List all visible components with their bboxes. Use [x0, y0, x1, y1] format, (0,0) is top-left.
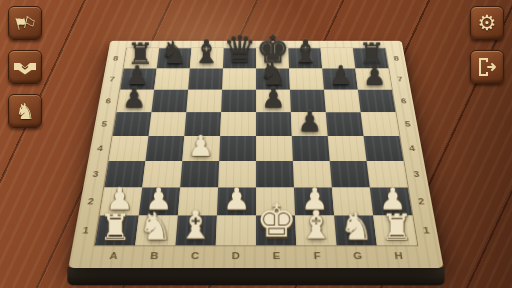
white-knight-g1[interactable]: ♞: [336, 207, 376, 245]
square-g6[interactable]: [324, 90, 361, 112]
square-a1[interactable]: ♜: [95, 215, 139, 245]
rank-label: 7: [390, 69, 410, 90]
board-frame: ♜♞♝♛♚♝♜♟♞♟♟♟♟♟♟♟♟♟♟♟♜♞♝♚♝♞♜ 87654321 876…: [68, 41, 443, 268]
file-label: H: [377, 248, 420, 265]
settings-button[interactable]: ⚙: [470, 6, 504, 40]
rank-label: 6: [394, 90, 414, 112]
square-c7[interactable]: [188, 69, 223, 90]
square-f7[interactable]: [289, 69, 324, 90]
rank-label: 5: [94, 112, 115, 136]
white-bishop-c1[interactable]: ♝: [176, 206, 216, 245]
white-king-e1[interactable]: ♚: [256, 199, 296, 245]
exit-door-icon: [476, 56, 498, 78]
knight-hint-button[interactable]: ♞: [8, 94, 42, 128]
black-pawn-e6[interactable]: ♟: [256, 85, 291, 112]
square-e4[interactable]: [256, 136, 293, 161]
white-bishop-f1[interactable]: ♝: [296, 206, 336, 245]
white-pawn-d2[interactable]: ♟: [217, 185, 256, 215]
square-g4[interactable]: [328, 136, 367, 161]
square-f1[interactable]: ♝: [295, 215, 336, 245]
black-knight-b8[interactable]: ♞: [157, 37, 190, 68]
square-e5[interactable]: [256, 112, 292, 136]
square-h7[interactable]: ♟: [355, 69, 392, 90]
square-e6[interactable]: ♟: [256, 90, 291, 112]
white-rook-a1[interactable]: ♜: [95, 209, 135, 245]
square-e1[interactable]: ♚: [256, 215, 296, 245]
exit-button[interactable]: [470, 50, 504, 84]
gear-icon: ⚙: [478, 11, 497, 35]
black-pawn-g7[interactable]: ♟: [324, 63, 358, 89]
rank-label: 3: [405, 161, 427, 187]
square-b4[interactable]: [145, 136, 184, 161]
file-label: F: [296, 248, 338, 265]
square-d7[interactable]: [222, 69, 256, 90]
square-h4[interactable]: [364, 136, 404, 161]
square-d1[interactable]: [216, 215, 256, 245]
file-label: A: [92, 248, 135, 265]
square-c6[interactable]: [186, 90, 222, 112]
black-queen-d8[interactable]: ♛: [223, 31, 256, 69]
square-a4[interactable]: [109, 136, 149, 161]
rank-label: 4: [401, 136, 423, 161]
file-label: C: [174, 248, 216, 265]
square-c4[interactable]: ♟: [182, 136, 220, 161]
rank-label: 1: [74, 215, 98, 245]
rank-label: 4: [89, 136, 111, 161]
square-g7[interactable]: ♟: [322, 69, 358, 90]
table-background: ♜♞♝♛♚♝♜♟♞♟♟♟♟♟♟♟♟♟♟♟♜♞♝♚♝♞♜ 87654321 876…: [0, 0, 512, 288]
square-f4[interactable]: [292, 136, 330, 161]
black-pawn-h7[interactable]: ♟: [358, 63, 392, 89]
square-c8[interactable]: ♝: [190, 48, 224, 68]
handshake-icon: [13, 55, 37, 79]
board-front-edge: [67, 267, 444, 285]
chess-board: ♜♞♝♛♚♝♜♟♞♟♟♟♟♟♟♟♟♟♟♟♜♞♝♚♝♞♜ 87654321 876…: [68, 41, 443, 268]
square-b8[interactable]: ♞: [157, 48, 192, 68]
file-label: D: [215, 248, 256, 265]
square-a5[interactable]: [113, 112, 152, 136]
square-b7[interactable]: [154, 69, 190, 90]
file-label: B: [133, 248, 176, 265]
square-h6[interactable]: [358, 90, 396, 112]
rank-label: 3: [84, 161, 106, 187]
file-labels-bottom: ABCDEFGH: [92, 248, 421, 265]
draw-handshake-button[interactable]: [8, 50, 42, 84]
knight-icon: ♞: [15, 99, 35, 124]
square-d4[interactable]: [219, 136, 256, 161]
black-pawn-a6[interactable]: ♟: [117, 85, 152, 112]
file-label: E: [256, 248, 297, 265]
square-b5[interactable]: [148, 112, 186, 136]
rank-label: 1: [414, 215, 438, 245]
board-squares: ♜♞♝♛♚♝♜♟♞♟♟♟♟♟♟♟♟♟♟♟♜♞♝♚♝♞♜: [95, 48, 417, 245]
square-e3[interactable]: [256, 161, 294, 187]
square-g1[interactable]: ♞: [334, 215, 377, 245]
square-h1[interactable]: ♜: [373, 215, 417, 245]
rank-label: 5: [397, 112, 418, 136]
square-d6[interactable]: [221, 90, 256, 112]
white-pawn-c4[interactable]: ♟: [182, 132, 219, 161]
square-h5[interactable]: [361, 112, 400, 136]
square-d8[interactable]: ♛: [223, 48, 256, 68]
square-f8[interactable]: ♝: [288, 48, 322, 68]
square-b6[interactable]: [151, 90, 188, 112]
white-rook-h1[interactable]: ♜: [377, 209, 417, 245]
file-label: G: [337, 248, 380, 265]
new-game-flags-button[interactable]: ⚑ ⚐: [8, 6, 42, 40]
square-b1[interactable]: ♞: [135, 215, 178, 245]
black-pawn-f5[interactable]: ♟: [292, 108, 328, 136]
square-c1[interactable]: ♝: [175, 215, 216, 245]
square-g3[interactable]: [330, 161, 370, 187]
square-d5[interactable]: [220, 112, 256, 136]
square-g5[interactable]: [326, 112, 364, 136]
square-f5[interactable]: ♟: [291, 112, 328, 136]
white-knight-b1[interactable]: ♞: [135, 207, 175, 245]
square-d2[interactable]: ♟: [217, 187, 256, 215]
square-a6[interactable]: ♟: [117, 90, 155, 112]
black-bishop-f8[interactable]: ♝: [289, 36, 322, 68]
square-c3[interactable]: [180, 161, 219, 187]
black-bishop-c8[interactable]: ♝: [190, 36, 223, 68]
rank-label: 6: [98, 90, 118, 112]
